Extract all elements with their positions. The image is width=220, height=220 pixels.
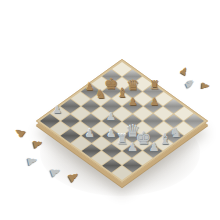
captured-wood-pawn[interactable]: ♟ — [200, 81, 211, 91]
piece-wood-bishop[interactable]: ♝ — [116, 87, 128, 100]
piece-wood-knight[interactable]: ♞ — [95, 88, 106, 100]
piece-silver-knight[interactable]: ♞ — [170, 126, 182, 139]
piece-wood-pawn[interactable]: ♟ — [128, 97, 137, 107]
captured-silver-knight[interactable]: ♞ — [182, 77, 197, 91]
piece-silver-bishop[interactable]: ♝ — [159, 132, 172, 147]
piece-wood-pawn[interactable]: ♟ — [85, 82, 94, 92]
piece-silver-pawn[interactable]: ♟ — [106, 112, 116, 123]
piece-silver-pawn[interactable]: ♟ — [85, 127, 95, 138]
piece-wood-queen[interactable]: ♛ — [126, 78, 139, 93]
captured-wood-pawn[interactable]: ♟ — [13, 126, 28, 141]
piece-silver-rook[interactable]: ♜ — [116, 133, 128, 147]
piece-silver-pawn[interactable]: ♟ — [53, 105, 63, 116]
captured-wood-pawn[interactable]: ♟ — [178, 65, 190, 77]
piece-wood-rook[interactable]: ♜ — [149, 80, 160, 92]
piece-silver-pawn[interactable]: ♟ — [106, 127, 116, 138]
piece-wood-pawn[interactable]: ♟ — [150, 97, 159, 107]
piece-silver-pawn[interactable]: ♟ — [128, 142, 138, 154]
captured-silver-pawn[interactable]: ♟ — [25, 154, 39, 167]
piece-silver-pawn[interactable]: ♟ — [149, 142, 159, 154]
scene: ♜♛♟♚♝♟♞♟♞♝♟♛♚♟♟♜♟♟♟♟♟♟♟♟♟♟♞ — [0, 0, 220, 220]
